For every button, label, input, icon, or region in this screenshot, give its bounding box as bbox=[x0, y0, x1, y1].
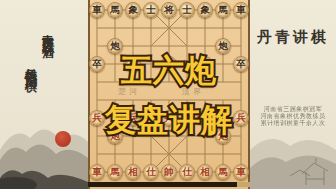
piece-red-f2-r6[interactable]: 兵 bbox=[125, 110, 141, 126]
piece-red-f5-r9[interactable]: 仕 bbox=[179, 164, 195, 180]
piece-red-f0-r6[interactable]: 兵 bbox=[89, 110, 105, 126]
piece-red-f6-r6[interactable]: 兵 bbox=[197, 110, 213, 126]
piece-black-f7-r0[interactable]: 馬 bbox=[215, 2, 231, 18]
piece-black-f6-r3[interactable]: 卒 bbox=[197, 56, 213, 72]
piece-black-f4-r0[interactable]: 将 bbox=[161, 2, 177, 18]
left-panel: 青山不厌三杯酒 长日惟消一局棋 bbox=[0, 0, 88, 189]
piece-black-f1-r0[interactable]: 馬 bbox=[107, 2, 123, 18]
piece-black-f2-r3[interactable]: 卒 bbox=[125, 56, 141, 72]
piece-black-f7-r2[interactable]: 炮 bbox=[215, 38, 231, 54]
piece-black-f3-r0[interactable]: 士 bbox=[143, 2, 159, 18]
piece-layer: 車馬象士将士象馬車炮炮卒卒卒卒卒兵兵兵兵兵炮炮車馬相仕帥仕相馬車 bbox=[88, 0, 250, 189]
credential-line-1: 河南省三届象棋冠军 bbox=[252, 106, 334, 113]
piece-red-f3-r9[interactable]: 仕 bbox=[143, 164, 159, 180]
piece-black-f1-r2[interactable]: 炮 bbox=[107, 38, 123, 54]
piece-black-f8-r3[interactable]: 卒 bbox=[233, 56, 249, 72]
piece-black-f2-r0[interactable]: 象 bbox=[125, 2, 141, 18]
piece-red-f8-r6[interactable]: 兵 bbox=[233, 110, 249, 126]
credential-line-3: 累计培训棋童千余人次 bbox=[252, 120, 334, 127]
piece-black-f5-r0[interactable]: 士 bbox=[179, 2, 195, 18]
piece-red-f2-r9[interactable]: 相 bbox=[125, 164, 141, 180]
red-sun-graphic bbox=[55, 131, 71, 147]
video-frame: 青山不厌三杯酒 长日惟消一局棋 楚河 漢界 車馬象士将士象馬車炮炮卒卒卒卒卒兵兵… bbox=[0, 0, 336, 189]
video-progress-bar[interactable] bbox=[88, 182, 250, 187]
piece-black-f0-r0[interactable]: 車 bbox=[89, 2, 105, 18]
xiangqi-board: 楚河 漢界 車馬象士将士象馬車炮炮卒卒卒卒卒兵兵兵兵兵炮炮車馬相仕帥仕相馬車 bbox=[88, 0, 250, 189]
piece-red-f7-r9[interactable]: 馬 bbox=[215, 164, 231, 180]
piece-red-f6-r9[interactable]: 相 bbox=[197, 164, 213, 180]
piece-red-f7-r7[interactable]: 炮 bbox=[215, 128, 231, 144]
progress-fill bbox=[88, 182, 237, 187]
piece-red-f4-r9[interactable]: 帥 bbox=[161, 164, 177, 180]
piece-red-f1-r7[interactable]: 炮 bbox=[107, 128, 123, 144]
piece-red-f4-r6[interactable]: 兵 bbox=[161, 110, 177, 126]
piece-black-f4-r3[interactable]: 卒 bbox=[161, 56, 177, 72]
piece-black-f6-r0[interactable]: 象 bbox=[197, 2, 213, 18]
piece-red-f8-r9[interactable]: 車 bbox=[233, 164, 249, 180]
credential-line-2: 河南省象棋优秀教练员 bbox=[252, 113, 334, 120]
piece-red-f1-r9[interactable]: 馬 bbox=[107, 164, 123, 180]
right-panel: 丹青讲棋 河南省三届象棋冠军 河南省象棋优秀教练员 累计培训棋童千余人次 bbox=[250, 0, 336, 189]
piece-black-f8-r0[interactable]: 車 bbox=[233, 2, 249, 18]
poem-column-2: 长日惟消一局棋 bbox=[22, 58, 39, 72]
channel-title: 丹青讲棋 bbox=[250, 28, 336, 47]
poem-column-1: 青山不厌三杯酒 bbox=[39, 24, 56, 38]
piece-black-f0-r3[interactable]: 卒 bbox=[89, 56, 105, 72]
channel-credentials: 河南省三届象棋冠军 河南省象棋优秀教练员 累计培训棋童千余人次 bbox=[252, 106, 334, 127]
piece-red-f0-r9[interactable]: 車 bbox=[89, 164, 105, 180]
